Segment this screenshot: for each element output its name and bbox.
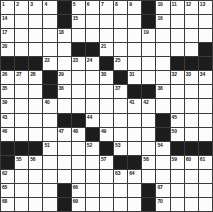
clue-number: 27 xyxy=(16,71,21,77)
block-r6c4 xyxy=(43,71,56,84)
cell-r9c14[interactable] xyxy=(185,114,198,127)
clue-number: 13 xyxy=(200,1,205,7)
clue-number: 4 xyxy=(44,1,47,7)
block-r15c11 xyxy=(142,198,155,211)
cell-r6c7[interactable] xyxy=(86,71,99,84)
clue-number: 42 xyxy=(143,99,148,105)
cell-r6c3[interactable]: 28 xyxy=(29,71,42,84)
cell-r4c13[interactable] xyxy=(171,43,184,56)
crossword-grid: 1234567891011121314151617181920212223242… xyxy=(0,0,213,212)
clue-number: 36 xyxy=(59,85,64,91)
cell-r3c9[interactable] xyxy=(114,29,127,42)
block-r5c8 xyxy=(100,57,113,70)
cell-r8c3[interactable] xyxy=(29,99,42,112)
cell-r1c8[interactable]: 7 xyxy=(100,1,113,14)
clue-number: 6 xyxy=(87,1,90,7)
cell-r12c2[interactable]: 55 xyxy=(15,156,28,169)
block-r7c4 xyxy=(43,85,56,98)
cell-r2c15[interactable] xyxy=(199,15,212,28)
block-r2c5 xyxy=(58,15,71,28)
cell-r7c5[interactable]: 36 xyxy=(58,85,71,98)
cell-r15c9[interactable] xyxy=(114,198,127,211)
clue-number: 50 xyxy=(172,128,177,134)
clue-number: 20 xyxy=(2,43,7,49)
cell-r8c11[interactable]: 42 xyxy=(142,99,155,112)
clue-number: 60 xyxy=(186,156,191,162)
clue-number: 34 xyxy=(200,71,205,77)
clue-number: 10 xyxy=(157,1,162,7)
cell-r13c8[interactable] xyxy=(100,170,113,183)
clue-number: 63 xyxy=(115,170,120,176)
clue-number: 68 xyxy=(2,198,7,204)
cell-r1c6[interactable]: 5 xyxy=(72,1,85,14)
cell-r13c14[interactable] xyxy=(185,170,198,183)
cell-r10c9[interactable] xyxy=(114,128,127,141)
clue-number: 22 xyxy=(44,57,49,63)
clue-number: 48 xyxy=(73,128,78,134)
cell-r1c3[interactable]: 3 xyxy=(29,1,42,14)
cell-r8c14[interactable] xyxy=(185,99,198,112)
cell-r9c10[interactable] xyxy=(128,114,141,127)
clue-number: 24 xyxy=(87,57,92,63)
cell-r8c12[interactable] xyxy=(156,99,169,112)
clue-number: 59 xyxy=(172,156,177,162)
cell-r12c5[interactable] xyxy=(58,156,71,169)
cell-r8c9[interactable] xyxy=(114,99,127,112)
cell-r4c9[interactable] xyxy=(114,43,127,56)
clue-number: 21 xyxy=(101,43,106,49)
clue-number: 64 xyxy=(129,170,134,176)
clue-number: 7 xyxy=(101,1,104,7)
cell-r2c1[interactable]: 14 xyxy=(1,15,14,28)
clue-number: 32 xyxy=(172,71,177,77)
clue-number: 26 xyxy=(2,71,7,77)
clue-number: 3 xyxy=(30,1,33,7)
clue-number: 39 xyxy=(2,99,7,105)
cell-r2c14[interactable] xyxy=(185,15,198,28)
clue-number: 66 xyxy=(73,184,78,190)
block-r7c11 xyxy=(142,85,155,98)
cell-r3c2[interactable] xyxy=(15,29,28,42)
clue-number: 31 xyxy=(129,71,134,77)
cell-r2c12[interactable]: 16 xyxy=(156,15,169,28)
cell-r6c13[interactable]: 32 xyxy=(171,71,184,84)
cell-r2c3[interactable] xyxy=(29,15,42,28)
cell-r13c7[interactable] xyxy=(86,170,99,183)
cell-r10c1[interactable]: 46 xyxy=(1,128,14,141)
cell-r2c10[interactable] xyxy=(128,15,141,28)
cell-r7c9[interactable]: 37 xyxy=(114,85,127,98)
cell-r9c2[interactable] xyxy=(15,114,28,127)
cell-r10c14[interactable] xyxy=(185,128,198,141)
cell-r12c13[interactable]: 59 xyxy=(171,156,184,169)
clue-number: 15 xyxy=(73,15,78,21)
clue-number: 46 xyxy=(2,128,7,134)
clue-number: 51 xyxy=(44,142,49,148)
cell-r2c8[interactable] xyxy=(100,15,113,28)
cell-r15c6[interactable]: 69 xyxy=(72,198,85,211)
cell-r3c6[interactable] xyxy=(72,29,85,42)
block-r12c10 xyxy=(128,156,141,169)
cell-r8c4[interactable]: 40 xyxy=(43,99,56,112)
cell-r1c4[interactable]: 4 xyxy=(43,1,56,14)
cell-r4c4[interactable] xyxy=(43,43,56,56)
cell-r11c11[interactable] xyxy=(142,142,155,155)
cell-r13c3[interactable] xyxy=(29,170,42,183)
cell-r5c4[interactable]: 22 xyxy=(43,57,56,70)
cell-r7c8[interactable] xyxy=(100,85,113,98)
cell-r5c5[interactable] xyxy=(58,57,71,70)
block-r11c2 xyxy=(15,142,28,155)
cell-r7c1[interactable]: 35 xyxy=(1,85,14,98)
cell-r13c1[interactable]: 62 xyxy=(1,170,14,183)
clue-number: 49 xyxy=(101,128,106,134)
block-r11c13 xyxy=(171,142,184,155)
block-r4c15 xyxy=(199,43,212,56)
cell-r15c13[interactable] xyxy=(171,198,184,211)
cell-r5c11[interactable] xyxy=(142,57,155,70)
cell-r10c4[interactable] xyxy=(43,128,56,141)
cell-r4c12[interactable] xyxy=(156,43,169,56)
cell-r8c13[interactable] xyxy=(171,99,184,112)
clue-number: 47 xyxy=(59,128,64,134)
block-r10c7 xyxy=(86,128,99,141)
cell-r11c5[interactable] xyxy=(58,142,71,155)
block-r10c12 xyxy=(156,128,169,141)
clue-number: 1 xyxy=(2,1,5,7)
cell-r1c14[interactable]: 12 xyxy=(185,1,198,14)
cell-r6c11[interactable] xyxy=(142,71,155,84)
cell-r8c15[interactable] xyxy=(199,99,212,112)
cell-r8c6[interactable] xyxy=(72,99,85,112)
cell-r7c3[interactable] xyxy=(29,85,42,98)
clue-number: 11 xyxy=(172,1,177,7)
block-r7c10 xyxy=(128,85,141,98)
clue-number: 35 xyxy=(2,85,7,91)
cell-r13c2[interactable] xyxy=(15,170,28,183)
cell-r13c15[interactable] xyxy=(199,170,212,183)
clue-number: 62 xyxy=(2,170,7,176)
cell-r2c9[interactable] xyxy=(114,15,127,28)
cell-r14c13[interactable] xyxy=(171,184,184,197)
cell-r13c12[interactable] xyxy=(156,170,169,183)
block-r5c1 xyxy=(1,57,14,70)
cell-r5c7[interactable]: 24 xyxy=(86,57,99,70)
clue-number: 14 xyxy=(2,15,7,21)
cell-r3c7[interactable] xyxy=(86,29,99,42)
clue-number: 19 xyxy=(143,29,148,35)
cell-r4c8[interactable]: 21 xyxy=(100,43,113,56)
cell-r10c10[interactable] xyxy=(128,128,141,141)
cell-r15c4[interactable] xyxy=(43,198,56,211)
cell-r4c5[interactable] xyxy=(58,43,71,56)
cell-r11c12[interactable]: 54 xyxy=(156,142,169,155)
cell-r15c3[interactable] xyxy=(29,198,42,211)
cell-r9c8[interactable] xyxy=(100,114,113,127)
cell-r6c8[interactable]: 30 xyxy=(100,71,113,84)
block-r9c12 xyxy=(156,114,169,127)
cell-r15c15[interactable] xyxy=(199,198,212,211)
block-r5c3 xyxy=(29,57,42,70)
clue-number: 12 xyxy=(186,1,191,7)
cell-r9c4[interactable] xyxy=(43,114,56,127)
cell-r15c14[interactable] xyxy=(185,198,198,211)
block-r12c1 xyxy=(1,156,14,169)
cell-r9c15[interactable] xyxy=(199,114,212,127)
cell-r6c6[interactable] xyxy=(72,71,85,84)
block-r6c9 xyxy=(114,71,127,84)
clue-number: 57 xyxy=(101,156,106,162)
cell-r11c4[interactable]: 51 xyxy=(43,142,56,155)
cell-r12c8[interactable]: 57 xyxy=(100,156,113,169)
cell-r3c13[interactable] xyxy=(171,29,184,42)
clue-number: 55 xyxy=(16,156,21,162)
block-r11c3 xyxy=(29,142,42,155)
cell-r10c8[interactable]: 49 xyxy=(100,128,113,141)
cell-r6c14[interactable]: 33 xyxy=(185,71,198,84)
cell-r4c1[interactable]: 20 xyxy=(1,43,14,56)
cell-r13c9[interactable]: 63 xyxy=(114,170,127,183)
cell-r3c12[interactable] xyxy=(156,29,169,42)
clue-number: 23 xyxy=(73,57,78,63)
cell-r6c15[interactable]: 34 xyxy=(199,71,212,84)
cell-r3c5[interactable]: 18 xyxy=(58,29,71,42)
cell-r12c12[interactable] xyxy=(156,156,169,169)
cell-r9c1[interactable]: 43 xyxy=(1,114,14,127)
cell-r8c8[interactable] xyxy=(100,99,113,112)
clue-number: 2 xyxy=(16,1,19,7)
cell-r1c10[interactable]: 9 xyxy=(128,1,141,14)
clue-number: 41 xyxy=(129,99,134,105)
clue-number: 17 xyxy=(2,29,7,35)
clue-number: 54 xyxy=(157,142,162,148)
cell-r14c8[interactable] xyxy=(100,184,113,197)
clue-number: 65 xyxy=(2,184,7,190)
cell-r15c8[interactable] xyxy=(100,198,113,211)
block-r9c6 xyxy=(72,114,85,127)
cell-r15c10[interactable] xyxy=(128,198,141,211)
cell-r10c15[interactable] xyxy=(199,128,212,141)
cell-r15c12[interactable]: 70 xyxy=(156,198,169,211)
cell-r9c7[interactable]: 44 xyxy=(86,114,99,127)
cell-r2c13[interactable] xyxy=(171,15,184,28)
cell-r5c12[interactable] xyxy=(156,57,169,70)
clue-number: 69 xyxy=(73,198,78,204)
block-r5c13 xyxy=(171,57,184,70)
cell-r8c1[interactable]: 39 xyxy=(1,99,14,112)
clue-number: 33 xyxy=(186,71,191,77)
cell-r3c4[interactable] xyxy=(43,29,56,42)
cell-r13c13[interactable] xyxy=(171,170,184,183)
cell-r2c2[interactable] xyxy=(15,15,28,28)
cell-r3c1[interactable]: 17 xyxy=(1,29,14,42)
cell-r11c6[interactable] xyxy=(72,142,85,155)
cell-r13c11[interactable] xyxy=(142,170,155,183)
cell-r12c7[interactable] xyxy=(86,156,99,169)
cell-r5c6[interactable]: 23 xyxy=(72,57,85,70)
clue-number: 28 xyxy=(30,71,35,77)
cell-r3c11[interactable]: 19 xyxy=(142,29,155,42)
clue-number: 58 xyxy=(143,156,148,162)
clue-number: 43 xyxy=(2,114,7,120)
cell-r13c5[interactable] xyxy=(58,170,71,183)
cell-r2c6[interactable]: 15 xyxy=(72,15,85,28)
cell-r1c1[interactable]: 1 xyxy=(1,1,14,14)
clue-number: 40 xyxy=(44,99,49,105)
cell-r11c9[interactable]: 53 xyxy=(114,142,127,155)
cell-r14c6[interactable]: 66 xyxy=(72,184,85,197)
cell-r12c3[interactable]: 56 xyxy=(29,156,42,169)
block-r4c7 xyxy=(86,43,99,56)
cell-r14c2[interactable] xyxy=(15,184,28,197)
cell-r7c15[interactable] xyxy=(199,85,212,98)
block-r1c5 xyxy=(58,1,71,14)
cell-r10c5[interactable]: 47 xyxy=(58,128,71,141)
block-r11c8 xyxy=(100,142,113,155)
cell-r7c2[interactable] xyxy=(15,85,28,98)
cell-r11c7[interactable]: 52 xyxy=(86,142,99,155)
cell-r10c2[interactable] xyxy=(15,128,28,141)
cell-r7c7[interactable] xyxy=(86,85,99,98)
cell-r1c13[interactable]: 11 xyxy=(171,1,184,14)
cell-r14c15[interactable] xyxy=(199,184,212,197)
cell-r2c7[interactable] xyxy=(86,15,99,28)
cell-r1c12[interactable]: 10 xyxy=(156,1,169,14)
cell-r14c14[interactable] xyxy=(185,184,198,197)
cell-r6c1[interactable]: 26 xyxy=(1,71,14,84)
block-r5c14 xyxy=(185,57,198,70)
block-r9c5 xyxy=(58,114,71,127)
cell-r14c7[interactable] xyxy=(86,184,99,197)
cell-r5c10[interactable] xyxy=(128,57,141,70)
cell-r9c9[interactable] xyxy=(114,114,127,127)
clue-number: 16 xyxy=(157,15,162,21)
cell-r15c7[interactable] xyxy=(86,198,99,211)
block-r11c14 xyxy=(185,142,198,155)
cell-r1c7[interactable]: 6 xyxy=(86,1,99,14)
cell-r4c11[interactable] xyxy=(142,43,155,56)
cell-r7c13[interactable] xyxy=(171,85,184,98)
cell-r9c13[interactable]: 45 xyxy=(171,114,184,127)
clue-number: 45 xyxy=(172,114,177,120)
cell-r6c2[interactable]: 27 xyxy=(15,71,28,84)
clue-number: 53 xyxy=(115,142,120,148)
cell-r7c12[interactable]: 38 xyxy=(156,85,169,98)
block-r15c5 xyxy=(58,198,71,211)
cell-r2c4[interactable] xyxy=(43,15,56,28)
cell-r15c1[interactable]: 68 xyxy=(1,198,14,211)
cell-r4c14[interactable] xyxy=(185,43,198,56)
cell-r12c14[interactable]: 60 xyxy=(185,156,198,169)
clue-number: 25 xyxy=(115,57,120,63)
cell-r1c2[interactable]: 2 xyxy=(15,1,28,14)
cell-r3c8[interactable] xyxy=(100,29,113,42)
block-r11c15 xyxy=(199,142,212,155)
cell-r12c15[interactable]: 61 xyxy=(199,156,212,169)
block-r1c11 xyxy=(142,1,155,14)
cell-r11c10[interactable] xyxy=(128,142,141,155)
cell-r14c3[interactable] xyxy=(29,184,42,197)
cell-r10c3[interactable] xyxy=(29,128,42,141)
clue-number: 56 xyxy=(30,156,35,162)
cell-r3c10[interactable] xyxy=(128,29,141,42)
cell-r8c10[interactable]: 41 xyxy=(128,99,141,112)
cell-r12c6[interactable] xyxy=(72,156,85,169)
clue-number: 5 xyxy=(73,1,76,7)
cell-r6c5[interactable]: 29 xyxy=(58,71,71,84)
clue-number: 37 xyxy=(115,85,120,91)
block-r14c5 xyxy=(58,184,71,197)
clue-number: 38 xyxy=(157,85,162,91)
block-r12c9 xyxy=(114,156,127,169)
cell-r12c11[interactable]: 58 xyxy=(142,156,155,169)
clue-number: 70 xyxy=(157,198,162,204)
cell-r12c4[interactable] xyxy=(43,156,56,169)
cell-r6c10[interactable]: 31 xyxy=(128,71,141,84)
cell-r4c3[interactable] xyxy=(29,43,42,56)
clue-number: 29 xyxy=(59,71,64,77)
cell-r8c7[interactable] xyxy=(86,99,99,112)
cell-r6c12[interactable] xyxy=(156,71,169,84)
block-r4c6 xyxy=(72,43,85,56)
cell-r3c14[interactable] xyxy=(185,29,198,42)
clue-number: 44 xyxy=(87,114,92,120)
cell-r14c10[interactable] xyxy=(128,184,141,197)
block-r11c1 xyxy=(1,142,14,155)
cell-r8c2[interactable] xyxy=(15,99,28,112)
cell-r5c9[interactable]: 25 xyxy=(114,57,127,70)
cell-r1c9[interactable]: 8 xyxy=(114,1,127,14)
cell-r3c3[interactable] xyxy=(29,29,42,42)
cell-r10c6[interactable]: 48 xyxy=(72,128,85,141)
cell-r7c6[interactable] xyxy=(72,85,85,98)
block-r2c11 xyxy=(142,15,155,28)
cell-r3c15[interactable] xyxy=(199,29,212,42)
clue-number: 52 xyxy=(87,142,92,148)
block-r5c2 xyxy=(15,57,28,70)
cell-r14c9[interactable] xyxy=(114,184,127,197)
cell-r13c4[interactable] xyxy=(43,170,56,183)
cell-r10c13[interactable]: 50 xyxy=(171,128,184,141)
clue-number: 18 xyxy=(59,29,64,35)
cell-r15c2[interactable] xyxy=(15,198,28,211)
cell-r14c1[interactable]: 65 xyxy=(1,184,14,197)
cell-r4c2[interactable] xyxy=(15,43,28,56)
cell-r1c15[interactable]: 13 xyxy=(199,1,212,14)
block-r5c15 xyxy=(199,57,212,70)
cell-r13c10[interactable]: 64 xyxy=(128,170,141,183)
cell-r14c4[interactable] xyxy=(43,184,56,197)
clue-number: 8 xyxy=(115,1,118,7)
cell-r4c10[interactable] xyxy=(128,43,141,56)
cell-r8c5[interactable] xyxy=(58,99,71,112)
clue-number: 67 xyxy=(157,184,162,190)
cell-r14c12[interactable]: 67 xyxy=(156,184,169,197)
cell-r9c3[interactable] xyxy=(29,114,42,127)
block-r14c11 xyxy=(142,184,155,197)
clue-number: 61 xyxy=(200,156,205,162)
clue-number: 30 xyxy=(101,71,106,77)
cell-r10c11[interactable] xyxy=(142,128,155,141)
cell-r9c11[interactable] xyxy=(142,114,155,127)
cell-r13c6[interactable] xyxy=(72,170,85,183)
cell-r7c14[interactable] xyxy=(185,85,198,98)
clue-number: 9 xyxy=(129,1,132,7)
